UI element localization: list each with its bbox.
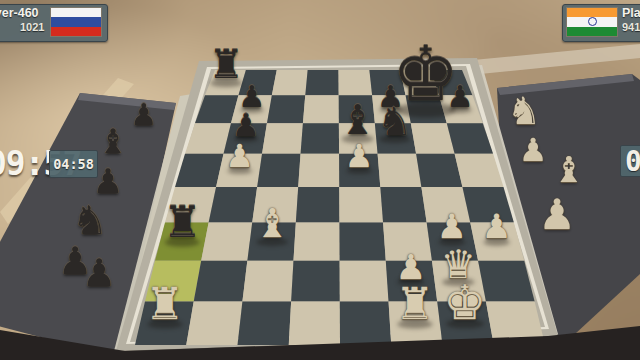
square-b2[interactable] — [194, 261, 248, 302]
square-c6[interactable] — [262, 123, 303, 154]
piece-white-pawn-g3[interactable]: ♟ — [437, 211, 467, 245]
square-d1[interactable] — [289, 302, 340, 345]
piece-black-rook-a3[interactable]: ♜ — [163, 201, 202, 244]
square-d6[interactable] — [301, 123, 340, 154]
square-c2[interactable] — [242, 261, 293, 302]
square-c5[interactable] — [257, 154, 300, 187]
square-e2[interactable] — [340, 261, 389, 302]
square-g5[interactable] — [416, 154, 462, 187]
square-d7[interactable] — [303, 95, 339, 123]
square-c1[interactable] — [238, 302, 292, 345]
square-b4[interactable] — [209, 187, 258, 223]
board-and-table-graphics — [0, 0, 640, 360]
square-c7[interactable] — [267, 95, 305, 123]
square-e8[interactable] — [339, 70, 373, 95]
piece-black-bishop-e6[interactable]: ♝ — [339, 100, 376, 141]
piece-white-pawn-b5[interactable]: ♟ — [225, 141, 254, 173]
square-e4[interactable] — [339, 187, 383, 223]
square-f4[interactable] — [380, 187, 426, 223]
square-e1[interactable] — [340, 302, 391, 345]
piece-black-knight-f6[interactable]: ♞ — [377, 102, 412, 141]
piece-white-pawn-h3[interactable]: ♟ — [482, 211, 512, 245]
square-b3[interactable] — [201, 223, 252, 261]
square-d4[interactable] — [296, 187, 340, 223]
square-d2[interactable] — [291, 261, 340, 302]
piece-white-rook-f1[interactable]: ♜ — [395, 282, 434, 326]
square-c8[interactable] — [272, 70, 308, 95]
piece-black-pawn-h7[interactable]: ♟ — [447, 82, 474, 112]
square-e3[interactable] — [339, 223, 385, 261]
piece-white-pawn-e5[interactable]: ♟ — [345, 141, 374, 173]
square-d8[interactable] — [305, 70, 338, 95]
piece-white-rook-a1[interactable]: ♜ — [145, 282, 184, 326]
square-b1[interactable] — [186, 302, 242, 345]
square-d3[interactable] — [293, 223, 339, 261]
chess-app-screen: ♜♟♟♚♟♟♝♞♟♟♜♝♟♟♟♛♜♜♚♟♝♟♞♟♟♞♟♝♟ Player-460… — [0, 0, 640, 360]
piece-white-bishop-c3[interactable]: ♝ — [254, 204, 290, 244]
square-d5[interactable] — [298, 154, 339, 187]
square-f5[interactable] — [378, 154, 422, 187]
piece-white-king-g1[interactable]: ♚ — [444, 279, 487, 326]
